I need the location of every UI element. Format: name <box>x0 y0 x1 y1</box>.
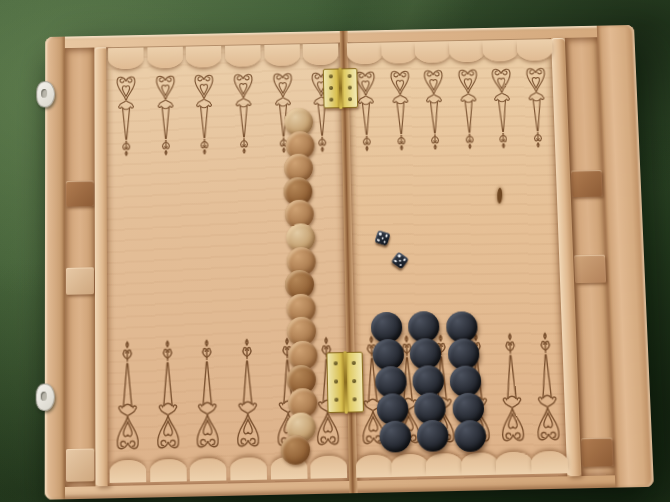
die-pip <box>383 240 386 243</box>
black-checker[interactable] <box>409 338 441 370</box>
die-pip <box>380 236 383 239</box>
die-pip <box>384 234 387 237</box>
black-checker[interactable] <box>449 365 481 397</box>
die-pip <box>402 258 406 262</box>
die[interactable] <box>390 251 408 269</box>
die-pip <box>397 254 401 258</box>
white-checker[interactable] <box>280 434 310 464</box>
die-pip <box>376 238 379 241</box>
backgammon-case <box>45 25 654 500</box>
hinge-pin <box>343 351 347 414</box>
die-pip <box>378 232 381 235</box>
brass-hinge-bottom <box>326 352 364 413</box>
die[interactable] <box>374 230 390 246</box>
black-checker[interactable] <box>416 419 448 451</box>
black-checker[interactable] <box>376 393 408 425</box>
brass-hinge-top <box>323 68 358 108</box>
black-checker[interactable] <box>379 420 411 452</box>
hinge-pin <box>339 67 343 109</box>
black-checker[interactable] <box>413 392 445 424</box>
die-pip <box>393 259 397 263</box>
die-pip <box>398 258 402 262</box>
black-checker[interactable] <box>372 338 404 370</box>
black-checker[interactable] <box>454 419 486 451</box>
die-pip <box>398 263 402 267</box>
